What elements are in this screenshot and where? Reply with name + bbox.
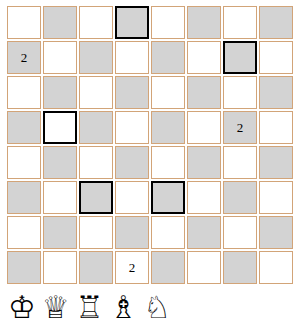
board-cell[interactable] (259, 251, 293, 284)
board-cell[interactable] (115, 146, 149, 179)
board-cell[interactable] (115, 111, 149, 144)
board-cell[interactable] (79, 216, 113, 249)
board-cell[interactable] (7, 146, 41, 179)
board-cell[interactable] (223, 216, 257, 249)
board-cell[interactable] (187, 111, 221, 144)
board-cell[interactable] (7, 216, 41, 249)
board-cell[interactable] (259, 146, 293, 179)
board-cell[interactable] (43, 181, 77, 214)
board-cell[interactable] (79, 76, 113, 109)
board-cell[interactable] (187, 251, 221, 284)
board-cell[interactable] (259, 6, 293, 39)
board-cell[interactable] (43, 251, 77, 284)
board-cell[interactable] (223, 181, 257, 214)
piece-white-queen[interactable]: ♕ (42, 289, 70, 325)
board-cell-highlighted[interactable] (223, 41, 257, 74)
board-cell[interactable] (43, 216, 77, 249)
board-cell[interactable] (115, 181, 149, 214)
board-cell[interactable] (43, 146, 77, 179)
board-cell-clue[interactable]: 2 (115, 251, 149, 284)
board-cell[interactable] (223, 76, 257, 109)
board-cell-clue[interactable]: 2 (7, 41, 41, 74)
board-cell[interactable] (259, 216, 293, 249)
board-cell[interactable] (115, 216, 149, 249)
board-cell[interactable] (151, 216, 185, 249)
board-cell[interactable] (79, 6, 113, 39)
puzzle-board: 222 (7, 6, 293, 284)
board-cell[interactable] (79, 111, 113, 144)
board-cell[interactable] (259, 111, 293, 144)
board-cell[interactable] (259, 181, 293, 214)
board-cell[interactable] (187, 41, 221, 74)
piece-white-bishop[interactable]: ♗ (109, 289, 137, 325)
clue-number: 2 (21, 51, 28, 64)
board-cell[interactable] (7, 181, 41, 214)
board-cell[interactable] (43, 76, 77, 109)
board-cell-highlighted[interactable] (115, 6, 149, 39)
board-cell-highlighted[interactable] (151, 181, 185, 214)
board-cell[interactable] (151, 6, 185, 39)
board-cell[interactable] (223, 251, 257, 284)
board-cell[interactable] (151, 41, 185, 74)
board-cell[interactable] (115, 41, 149, 74)
clue-number: 2 (129, 261, 136, 274)
piece-white-king[interactable]: ♔ (8, 289, 36, 325)
piece-white-knight[interactable]: ♘ (143, 289, 171, 325)
board-cell[interactable] (187, 216, 221, 249)
board-cell[interactable] (151, 111, 185, 144)
board-cell[interactable] (223, 6, 257, 39)
board-cell[interactable] (151, 146, 185, 179)
board-cell[interactable] (187, 76, 221, 109)
board-cell[interactable] (259, 41, 293, 74)
pieces-tray: ♔♕♖♗♘ (8, 288, 171, 326)
piece-white-rook[interactable]: ♖ (76, 289, 104, 325)
clue-number: 2 (237, 121, 244, 134)
board-cell-highlighted[interactable] (43, 111, 77, 144)
board-cell[interactable] (151, 76, 185, 109)
board-cell[interactable] (43, 6, 77, 39)
board-cell[interactable] (187, 6, 221, 39)
board-cell[interactable] (7, 111, 41, 144)
board-cell[interactable] (7, 251, 41, 284)
board-cell[interactable] (151, 251, 185, 284)
board-cell[interactable] (79, 146, 113, 179)
board-cell-clue[interactable]: 2 (223, 111, 257, 144)
board-cell[interactable] (79, 41, 113, 74)
board-cell[interactable] (7, 76, 41, 109)
board-cell-highlighted[interactable] (79, 181, 113, 214)
board-cell[interactable] (43, 41, 77, 74)
board-cell[interactable] (79, 251, 113, 284)
board-cell[interactable] (115, 76, 149, 109)
board-cell[interactable] (187, 181, 221, 214)
board-cell[interactable] (223, 146, 257, 179)
board-cell[interactable] (7, 6, 41, 39)
board-cell[interactable] (187, 146, 221, 179)
board-cell[interactable] (259, 76, 293, 109)
